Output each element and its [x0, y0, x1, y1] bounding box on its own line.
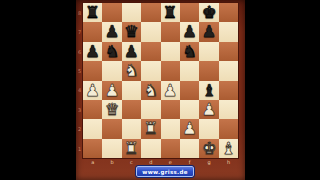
- square-e2[interactable]: [161, 119, 180, 138]
- square-g6[interactable]: [199, 42, 218, 61]
- square-c6[interactable]: ♟: [122, 42, 141, 61]
- square-h1[interactable]: ♝: [219, 139, 238, 158]
- white-rook: ♜: [143, 119, 158, 138]
- square-g3[interactable]: ♟: [199, 100, 218, 119]
- rank-label-1: 1: [77, 146, 83, 152]
- black-pawn: ♟: [202, 22, 217, 41]
- black-queen: ♛: [124, 22, 139, 41]
- file-label-b: b: [102, 159, 121, 165]
- square-b8[interactable]: [102, 3, 121, 22]
- square-b4[interactable]: ♟: [102, 81, 121, 100]
- square-d3[interactable]: [141, 100, 160, 119]
- white-bishop: ♝: [221, 139, 236, 158]
- square-e1[interactable]: [161, 139, 180, 158]
- square-a3[interactable]: [83, 100, 102, 119]
- square-a1[interactable]: [83, 139, 102, 158]
- white-pawn: ♟: [182, 119, 197, 138]
- file-label-d: d: [141, 159, 160, 165]
- square-f5[interactable]: [180, 61, 199, 80]
- black-rook: ♜: [163, 3, 178, 22]
- square-e8[interactable]: ♜: [161, 3, 180, 22]
- video-frame: ♜♜♚♟♛♟♟♟♞♟♞♞♟♟♞♟♝♛♟♜♟♜♚♝ 87654321abcdefg…: [0, 0, 320, 180]
- square-d4[interactable]: ♞: [141, 81, 160, 100]
- square-c7[interactable]: ♛: [122, 22, 141, 41]
- rank-label-7: 7: [77, 29, 83, 35]
- square-c2[interactable]: [122, 119, 141, 138]
- file-label-g: g: [199, 159, 218, 165]
- white-pawn: ♟: [163, 81, 178, 100]
- square-f4[interactable]: [180, 81, 199, 100]
- square-e4[interactable]: ♟: [161, 81, 180, 100]
- square-g7[interactable]: ♟: [199, 22, 218, 41]
- square-e5[interactable]: [161, 61, 180, 80]
- square-d5[interactable]: [141, 61, 160, 80]
- black-pawn: ♟: [85, 42, 100, 61]
- square-a2[interactable]: [83, 119, 102, 138]
- square-h6[interactable]: [219, 42, 238, 61]
- white-king: ♚: [202, 139, 217, 158]
- square-h4[interactable]: [219, 81, 238, 100]
- square-d8[interactable]: [141, 3, 160, 22]
- square-g4[interactable]: ♝: [199, 81, 218, 100]
- white-pawn: ♟: [105, 81, 120, 100]
- white-pawn: ♟: [85, 81, 100, 100]
- website-banner-text: www.griss.de: [142, 169, 187, 175]
- square-a6[interactable]: ♟: [83, 42, 102, 61]
- black-rook: ♜: [85, 3, 100, 22]
- square-g8[interactable]: ♚: [199, 3, 218, 22]
- black-pawn: ♟: [124, 42, 139, 61]
- rank-label-4: 4: [77, 87, 83, 93]
- square-e3[interactable]: [161, 100, 180, 119]
- square-c5[interactable]: ♞: [122, 61, 141, 80]
- black-king: ♚: [202, 3, 217, 22]
- square-f1[interactable]: [180, 139, 199, 158]
- white-queen: ♛: [105, 100, 120, 119]
- file-label-f: f: [180, 159, 199, 165]
- black-knight: ♞: [182, 42, 197, 61]
- file-label-c: c: [122, 159, 141, 165]
- square-f6[interactable]: ♞: [180, 42, 199, 61]
- rank-label-6: 6: [77, 49, 83, 55]
- black-pawn: ♟: [105, 22, 120, 41]
- file-label-h: h: [219, 159, 238, 165]
- square-g1[interactable]: ♚: [199, 139, 218, 158]
- square-c1[interactable]: ♜: [122, 139, 141, 158]
- square-d2[interactable]: ♜: [141, 119, 160, 138]
- black-pawn: ♟: [182, 22, 197, 41]
- square-f2[interactable]: ♟: [180, 119, 199, 138]
- square-b2[interactable]: [102, 119, 121, 138]
- square-e7[interactable]: [161, 22, 180, 41]
- rank-label-5: 5: [77, 68, 83, 74]
- square-d7[interactable]: [141, 22, 160, 41]
- rank-label-8: 8: [77, 10, 83, 16]
- square-a7[interactable]: [83, 22, 102, 41]
- square-b7[interactable]: ♟: [102, 22, 121, 41]
- square-h5[interactable]: [219, 61, 238, 80]
- white-knight: ♞: [124, 61, 139, 80]
- square-f7[interactable]: ♟: [180, 22, 199, 41]
- square-b5[interactable]: [102, 61, 121, 80]
- square-b3[interactable]: ♛: [102, 100, 121, 119]
- white-rook: ♜: [124, 139, 139, 158]
- square-a4[interactable]: ♟: [83, 81, 102, 100]
- website-banner[interactable]: www.griss.de: [136, 166, 194, 177]
- square-h7[interactable]: [219, 22, 238, 41]
- square-f8[interactable]: [180, 3, 199, 22]
- white-knight: ♞: [143, 81, 158, 100]
- square-c3[interactable]: [122, 100, 141, 119]
- chess-board: ♜♜♚♟♛♟♟♟♞♟♞♞♟♟♞♟♝♛♟♜♟♜♚♝: [83, 3, 238, 158]
- white-pawn: ♟: [202, 100, 217, 119]
- square-b1[interactable]: [102, 139, 121, 158]
- square-g2[interactable]: [199, 119, 218, 138]
- square-h3[interactable]: [219, 100, 238, 119]
- square-c8[interactable]: [122, 3, 141, 22]
- square-a8[interactable]: ♜: [83, 3, 102, 22]
- file-label-a: a: [83, 159, 102, 165]
- square-f3[interactable]: [180, 100, 199, 119]
- square-a5[interactable]: [83, 61, 102, 80]
- square-g5[interactable]: [199, 61, 218, 80]
- black-bishop: ♝: [202, 81, 217, 100]
- square-e6[interactable]: [161, 42, 180, 61]
- square-c4[interactable]: [122, 81, 141, 100]
- rank-label-2: 2: [77, 126, 83, 132]
- black-knight: ♞: [105, 42, 120, 61]
- rank-label-3: 3: [77, 107, 83, 113]
- file-label-e: e: [161, 159, 180, 165]
- square-d6[interactable]: [141, 42, 160, 61]
- square-h8[interactable]: [219, 3, 238, 22]
- square-b6[interactable]: ♞: [102, 42, 121, 61]
- square-h2[interactable]: [219, 119, 238, 138]
- square-d1[interactable]: [141, 139, 160, 158]
